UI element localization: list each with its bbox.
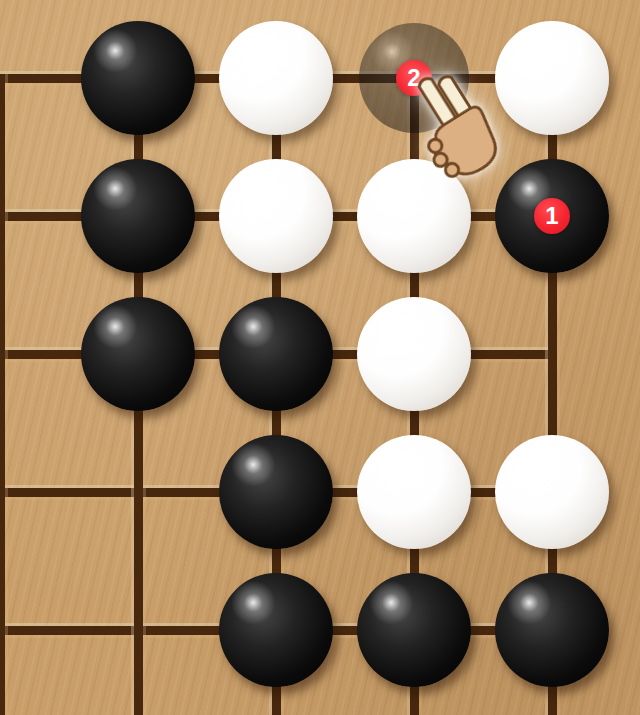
black-stone [219,435,333,549]
grid-line-vertical [0,74,5,715]
white-stone [495,21,609,135]
black-stone [81,297,195,411]
white-stone [219,21,333,135]
black-stone [81,21,195,135]
go-board[interactable] [0,0,640,715]
black-stone [219,297,333,411]
white-stone [357,297,471,411]
move-1-badge: 1 [534,198,570,234]
black-stone [495,573,609,687]
white-stone [219,159,333,273]
go-app-screenshot: 1 2 [0,0,640,715]
black-stone [357,573,471,687]
black-stone [81,159,195,273]
white-stone [357,435,471,549]
black-stone [219,573,333,687]
white-stone [495,435,609,549]
